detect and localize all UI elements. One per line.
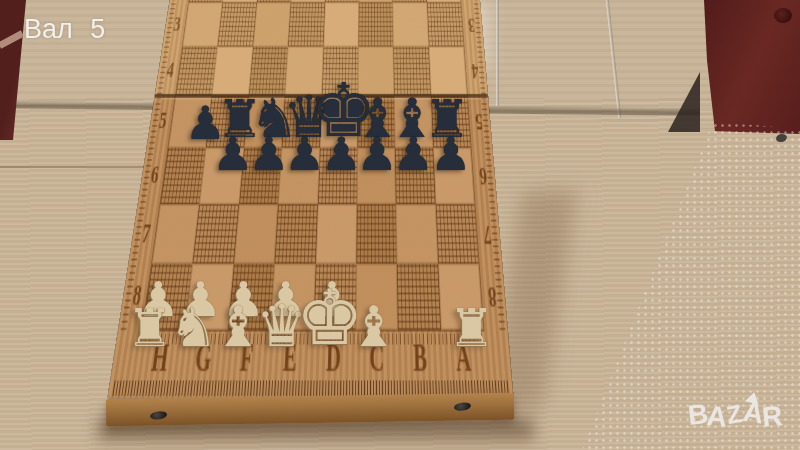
- square-b3: [393, 2, 429, 47]
- square-b4: [393, 47, 430, 95]
- play-area: [143, 0, 484, 330]
- square-b7: [396, 203, 438, 264]
- backdrop-crease: [606, 0, 621, 118]
- square-f7: [234, 203, 279, 264]
- square-h7: [152, 203, 200, 264]
- rank-label-right-8: 8: [484, 279, 502, 314]
- rank-label-right-5: 5: [471, 107, 486, 135]
- rank-label-right-6: 6: [475, 160, 491, 190]
- rank-label-right-4: 4: [468, 58, 483, 84]
- seller-watermark: Вал 5: [24, 14, 105, 45]
- square-c6: [357, 147, 396, 203]
- square-g4: [212, 47, 253, 95]
- square-a7: [435, 203, 478, 264]
- square-e3: [288, 2, 325, 47]
- file-label-bottom-b: B: [398, 335, 442, 382]
- square-g7: [193, 203, 239, 264]
- board-perspective-wrapper: 11HH22GG33FF44EE55DD66CC77BB88AA: [108, 38, 513, 398]
- square-f6: [239, 147, 282, 203]
- file-label-bottom-h: H: [135, 335, 184, 382]
- fold-seam: [155, 94, 488, 98]
- rank-label-left-6: 6: [146, 160, 164, 190]
- bazar-logo: BAZAR: [688, 399, 781, 431]
- chess-board: 11HH22GG33FF44EE55DD66CC77BB88AA: [108, 0, 513, 398]
- square-e8: [270, 264, 315, 330]
- square-g3: [218, 2, 257, 47]
- square-f4: [249, 47, 288, 95]
- square-f5: [244, 95, 285, 147]
- rank-label-left-4: 4: [162, 58, 179, 84]
- square-c7: [356, 203, 397, 264]
- square-d8: [313, 264, 356, 330]
- square-a6: [433, 147, 475, 203]
- square-g8: [185, 264, 233, 330]
- square-b8: [397, 264, 441, 330]
- file-label-bottom-f: F: [223, 335, 270, 382]
- square-d4: [321, 47, 358, 95]
- square-a5: [431, 95, 471, 147]
- file-label-bottom-g: G: [179, 335, 227, 382]
- frame-scratch: [0, 30, 24, 48]
- square-h3: [183, 2, 223, 47]
- rank-label-left-5: 5: [154, 107, 171, 135]
- sill-hole: [775, 133, 787, 143]
- bazar-letter: R: [761, 400, 783, 434]
- rank-label-right-7: 7: [479, 217, 496, 249]
- file-label-bottom-d: D: [311, 335, 355, 382]
- square-c4: [358, 47, 394, 95]
- square-b5: [394, 95, 433, 147]
- square-g5: [206, 95, 248, 147]
- file-label-bottom-e: E: [267, 335, 312, 382]
- photo-scene: 11HH22GG33FF44EE55DD66CC77BB88AA ♟♜♞♛♚♝♝…: [0, 0, 800, 450]
- square-f3: [253, 2, 291, 47]
- square-a3: [427, 2, 464, 47]
- square-c8: [356, 264, 399, 330]
- door-boss: [774, 8, 792, 23]
- square-h5: [168, 95, 212, 147]
- square-a4: [429, 47, 467, 95]
- square-c5: [357, 95, 395, 147]
- rank-label-left-3: 3: [169, 12, 185, 36]
- square-a8: [438, 264, 483, 330]
- rank-label-right-3: 3: [464, 12, 478, 36]
- square-c3: [358, 2, 393, 47]
- square-d6: [317, 147, 357, 203]
- square-d7: [315, 203, 356, 264]
- square-d3: [323, 2, 359, 47]
- square-b6: [395, 147, 435, 203]
- square-e7: [274, 203, 317, 264]
- square-h4: [176, 47, 218, 95]
- square-h6: [160, 147, 206, 203]
- file-label-bottom-a: A: [441, 335, 487, 382]
- square-g6: [200, 147, 244, 203]
- metal-clasp-icon: [454, 402, 472, 412]
- metal-clasp-icon: [150, 410, 168, 420]
- square-e5: [282, 95, 322, 147]
- square-d5: [320, 95, 358, 147]
- square-e6: [278, 147, 319, 203]
- square-e4: [285, 47, 323, 95]
- file-label-bottom-c: C: [355, 335, 399, 382]
- square-f8: [228, 264, 275, 330]
